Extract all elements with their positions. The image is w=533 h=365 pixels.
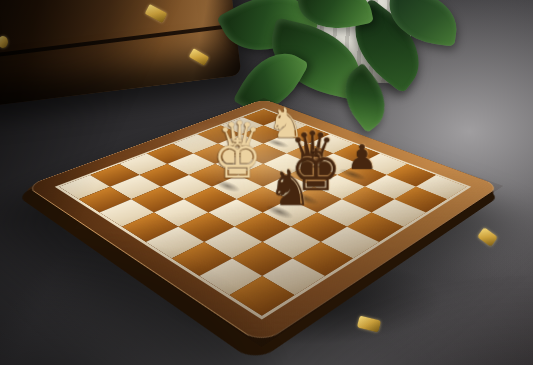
piece-black-pawn-f2: ♟ [337,141,388,175]
chess-set-photo-scene: ♞♛♚♛♟♚♞ [0,0,533,365]
piece-white-king-d5: ♚ [211,132,263,187]
piece-black-knight-f5: ♞ [262,163,318,212]
